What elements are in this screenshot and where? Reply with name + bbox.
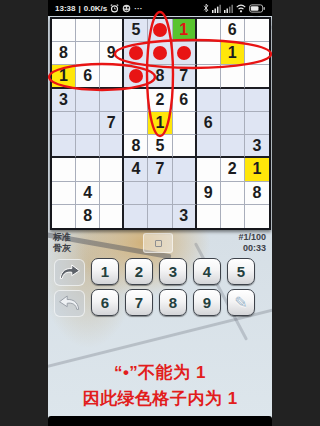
cell-r4c2[interactable] [76, 89, 100, 112]
difficulty-label: 骨灰 [53, 243, 71, 254]
cell-r1c4[interactable]: 5 [124, 19, 148, 42]
key-6[interactable]: 6 [91, 289, 119, 316]
cell-value: 5 [131, 21, 140, 39]
status-separator: | [78, 4, 80, 13]
status-time: 13:38 [55, 4, 75, 13]
cell-r2c7[interactable] [197, 42, 221, 65]
cell-r6c5[interactable]: 5 [148, 135, 172, 158]
cell-r5c6[interactable] [173, 112, 197, 135]
cell-r5c5[interactable]: 1 [148, 112, 172, 135]
cell-r8c6[interactable] [173, 182, 197, 205]
red-dot-annotation [177, 46, 191, 60]
hint-line-1: “•”不能为 1 [48, 360, 272, 386]
cell-r2c5[interactable] [148, 42, 172, 65]
wifi-icon [236, 4, 246, 13]
bluetooth-icon [203, 3, 209, 13]
cell-r1c2[interactable] [76, 19, 100, 42]
red-dot-annotation [129, 69, 143, 83]
cell-r8c5[interactable] [148, 182, 172, 205]
cell-r8c4[interactable] [124, 182, 148, 205]
cell-value: 1 [228, 44, 237, 62]
phone-screen: 13:38 | 0.0K/s ··· 5168 [48, 0, 272, 426]
cell-value: 3 [59, 91, 68, 109]
cell-r6c3[interactable] [100, 135, 124, 158]
signal-sim1-icon [212, 4, 221, 13]
cell-r4c9[interactable] [245, 89, 269, 112]
cell-r3c3[interactable] [100, 65, 124, 88]
key-2[interactable]: 2 [125, 258, 153, 285]
cell-r2c2[interactable] [76, 42, 100, 65]
status-net-speed: 0.0K/s [84, 4, 108, 13]
cell-value: 7 [107, 114, 116, 132]
cell-r7c5[interactable]: 7 [148, 158, 172, 181]
cell-r3c9[interactable] [245, 65, 269, 88]
cell-r9c9[interactable] [245, 205, 269, 228]
cell-r7c8[interactable]: 2 [221, 158, 245, 181]
cell-value: 8 [252, 184, 261, 202]
cell-r6c8[interactable] [221, 135, 245, 158]
key-5[interactable]: 5 [227, 258, 255, 285]
mode-difficulty: 标准 骨灰 [53, 232, 71, 254]
cell-r1c9[interactable] [245, 19, 269, 42]
cell-value: 8 [131, 137, 140, 155]
cell-r5c1[interactable] [52, 112, 76, 135]
red-dot-annotation [153, 46, 167, 60]
cell-value: 9 [107, 44, 116, 62]
cell-r6c1[interactable] [52, 135, 76, 158]
cell-r4c1[interactable]: 3 [52, 89, 76, 112]
pencil-button[interactable]: ✎ [227, 289, 255, 316]
cell-r9c6[interactable]: 3 [173, 205, 197, 228]
cell-value: 4 [83, 184, 92, 202]
mode-label: 标准 [53, 232, 71, 243]
puzzle-progress: #1/100 00:33 [238, 232, 266, 254]
cell-value: 7 [179, 67, 188, 85]
cell-value: 8 [83, 207, 92, 225]
battery-icon [249, 4, 265, 13]
key-4[interactable]: 4 [193, 258, 221, 285]
undo-button[interactable] [54, 290, 85, 317]
cell-r5c7[interactable]: 6 [197, 112, 221, 135]
cell-value: 3 [179, 207, 188, 225]
cell-r4c3[interactable] [100, 89, 124, 112]
cell-r1c5[interactable] [148, 19, 172, 42]
cell-r4c5[interactable]: 2 [148, 89, 172, 112]
cell-r5c8[interactable] [221, 112, 245, 135]
key-9[interactable]: 9 [193, 289, 221, 316]
alarm-icon [110, 4, 119, 13]
app-notification-icon [122, 4, 131, 13]
cell-value: 4 [131, 160, 140, 178]
cell-r6c6[interactable] [173, 135, 197, 158]
cell-r7c3[interactable] [100, 158, 124, 181]
cell-r7c4[interactable]: 4 [124, 158, 148, 181]
cell-r1c8[interactable]: 6 [221, 19, 245, 42]
cell-value: 2 [156, 91, 165, 109]
cell-r5c3[interactable]: 7 [100, 112, 124, 135]
cell-value: 1 [59, 67, 68, 85]
cell-r9c3[interactable] [100, 205, 124, 228]
hint-text: “•”不能为 1 因此绿色格子内为 1 [48, 360, 272, 412]
cell-r3c7[interactable] [197, 65, 221, 88]
cell-r6c7[interactable] [197, 135, 221, 158]
cell-r7c1[interactable] [52, 158, 76, 181]
cell-r8c1[interactable] [52, 182, 76, 205]
cell-value: 7 [156, 160, 165, 178]
cell-r3c1[interactable]: 1 [52, 65, 76, 88]
cell-r8c2[interactable]: 4 [76, 182, 100, 205]
cell-r3c8[interactable] [221, 65, 245, 88]
key-3[interactable]: 3 [159, 258, 187, 285]
cell-r6c9[interactable]: 3 [245, 135, 269, 158]
cell-r7c7[interactable] [197, 158, 221, 181]
signal-sim2-icon [224, 4, 233, 13]
status-bar: 13:38 | 0.0K/s ··· [48, 0, 272, 16]
redo-icon [58, 263, 81, 283]
cell-r4c4[interactable] [124, 89, 148, 112]
cell-r7c6[interactable] [173, 158, 197, 181]
cell-value: 8 [59, 44, 68, 62]
game-info-row: 标准 骨灰 #1/100 00:33 [48, 231, 272, 254]
cell-r4c7[interactable] [197, 89, 221, 112]
number-keypad: 123456789✎ [91, 258, 255, 316]
cell-r7c2[interactable] [76, 158, 100, 181]
timer: 00:33 [238, 243, 266, 254]
cell-r5c9[interactable] [245, 112, 269, 135]
cell-r9c7[interactable] [197, 205, 221, 228]
cell-value: 6 [228, 21, 237, 39]
cell-r8c8[interactable] [221, 182, 245, 205]
cell-r2c9[interactable] [245, 42, 269, 65]
key-8[interactable]: 8 [159, 289, 187, 316]
cell-r8c3[interactable] [100, 182, 124, 205]
sudoku-board: 5168911687326716853472149883 [50, 17, 271, 230]
cell-r8c9[interactable]: 8 [245, 182, 269, 205]
cell-r2c8[interactable]: 1 [221, 42, 245, 65]
cell-value: 3 [252, 137, 261, 155]
key-1[interactable]: 1 [91, 258, 119, 285]
cell-r5c4[interactable] [124, 112, 148, 135]
red-dot-annotation [153, 23, 167, 37]
cell-r4c6[interactable]: 6 [173, 89, 197, 112]
cell-r9c1[interactable] [52, 205, 76, 228]
cell-r5c2[interactable] [76, 112, 100, 135]
red-dot-annotation [129, 46, 143, 60]
cell-r4c8[interactable] [221, 89, 245, 112]
cell-value: 6 [179, 91, 188, 109]
cell-r9c2[interactable]: 8 [76, 205, 100, 228]
cell-r3c2[interactable]: 6 [76, 65, 100, 88]
cell-value: 8 [156, 67, 165, 85]
cell-r1c3[interactable] [100, 19, 124, 42]
hint-line-2: 因此绿色格子内为 1 [48, 386, 272, 412]
cell-r2c6[interactable] [173, 42, 197, 65]
navigation-bar[interactable] [48, 416, 272, 426]
cell-value: 1 [179, 21, 188, 39]
undo-icon [58, 294, 81, 314]
cell-r2c4[interactable] [124, 42, 148, 65]
cell-r2c3[interactable]: 9 [100, 42, 124, 65]
cell-r6c2[interactable] [76, 135, 100, 158]
redo-button[interactable] [54, 259, 85, 286]
cell-r8c7[interactable]: 9 [197, 182, 221, 205]
cell-r1c7[interactable] [197, 19, 221, 42]
key-7[interactable]: 7 [125, 289, 153, 316]
cell-value: 2 [228, 160, 237, 178]
puzzle-number: #1/100 [238, 232, 266, 243]
cell-value: 9 [204, 184, 213, 202]
cell-r3c4[interactable] [124, 65, 148, 88]
cell-r3c5[interactable]: 8 [148, 65, 172, 88]
cell-r6c4[interactable]: 8 [124, 135, 148, 158]
cell-r9c4[interactable] [124, 205, 148, 228]
cell-value: 6 [83, 67, 92, 85]
cell-r2c1[interactable]: 8 [52, 42, 76, 65]
cell-r9c8[interactable] [221, 205, 245, 228]
cell-value: 6 [204, 114, 213, 132]
cell-r9c5[interactable] [148, 205, 172, 228]
cell-r1c6[interactable]: 1 [173, 19, 197, 42]
cell-r1c1[interactable] [52, 19, 76, 42]
cell-r7c9[interactable]: 1 [245, 158, 269, 181]
pencil-icon: ✎ [234, 293, 247, 312]
cell-value: 1 [156, 114, 165, 132]
status-more: ··· [134, 4, 142, 13]
cell-value: 5 [156, 137, 165, 155]
cell-r3c6[interactable]: 7 [173, 65, 197, 88]
cell-value: 1 [252, 160, 261, 178]
